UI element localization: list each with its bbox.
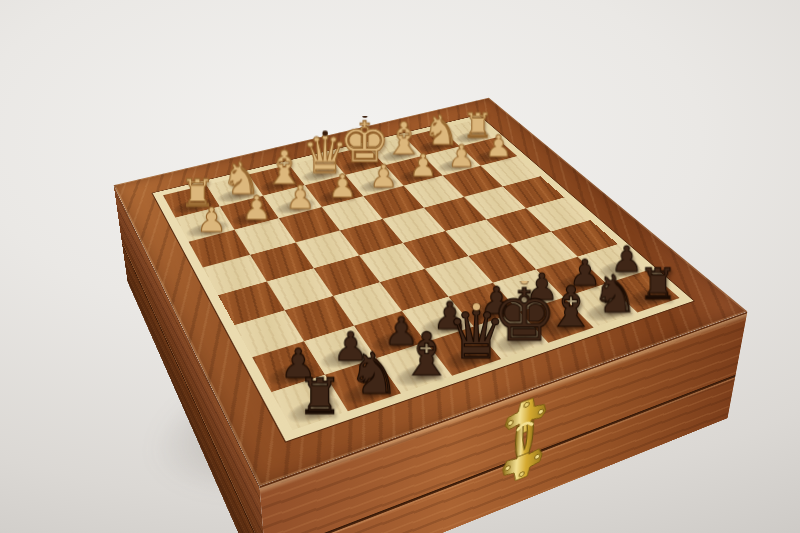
chess-box: ♜♞♝♛♚♝♞♜♟♟♟♟♟♟♟♟♟♟♟♟♟♟♟♟♜♞♝♛♚♝♞♜ — [114, 98, 748, 487]
photo-scene: ♜♞♝♛♚♝♞♜♟♟♟♟♟♟♟♟♟♟♟♟♟♟♟♟♜♞♝♛♚♝♞♜ — [0, 0, 800, 533]
square-a2[interactable]: ♟ — [175, 207, 234, 242]
white-pawn[interactable]: ♟ — [180, 203, 243, 235]
black-q-finial — [473, 303, 480, 310]
square-a8[interactable]: ♜ — [272, 375, 348, 430]
white-k-finial — [362, 112, 367, 117]
black-k-finial — [521, 277, 528, 284]
white-q-finial — [322, 130, 327, 135]
black-rook[interactable]: ♜ — [280, 373, 360, 420]
square-e4[interactable] — [383, 208, 446, 243]
scene-3d: ♜♞♝♛♚♝♞♜♟♟♟♟♟♟♟♟♟♟♟♟♟♟♟♟♜♞♝♛♚♝♞♜ — [0, 0, 800, 533]
square-grain — [383, 208, 446, 243]
